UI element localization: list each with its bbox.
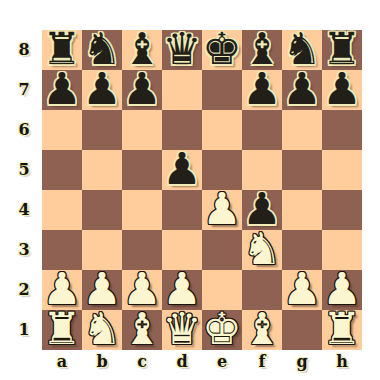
file-label-h: h xyxy=(322,350,362,376)
piece-white-knight[interactable]: ♞ xyxy=(242,229,281,269)
file-label-f: f xyxy=(242,350,282,376)
file-label-g: g xyxy=(282,350,322,376)
square-g1[interactable] xyxy=(282,310,322,350)
square-a7[interactable]: ♟ xyxy=(42,70,82,110)
square-g2[interactable]: ♟ xyxy=(282,270,322,310)
square-h1[interactable]: ♜ xyxy=(322,310,362,350)
piece-black-pawn[interactable]: ♟ xyxy=(122,69,161,109)
chessboard-page: 87654321 ♜♞♝♛♚♝♞♜♟♟♟♟♟♟♟♟♟♞♟♟♟♟♟♟♜♞♝♛♚♝♜… xyxy=(0,0,380,380)
file-label-d: d xyxy=(162,350,202,376)
board: ♜♞♝♛♚♝♞♜♟♟♟♟♟♟♟♟♟♞♟♟♟♟♟♟♜♞♝♛♚♝♜ xyxy=(42,30,362,350)
rank-label-4: 4 xyxy=(10,190,38,230)
square-g4[interactable] xyxy=(282,190,322,230)
square-c7[interactable]: ♟ xyxy=(122,70,162,110)
piece-white-bishop[interactable]: ♝ xyxy=(122,309,161,349)
square-e1[interactable]: ♚ xyxy=(202,310,242,350)
file-label-c: c xyxy=(122,350,162,376)
square-f6[interactable] xyxy=(242,110,282,150)
square-d4[interactable] xyxy=(162,190,202,230)
square-f1[interactable]: ♝ xyxy=(242,310,282,350)
file-label-a: a xyxy=(42,350,82,376)
square-a5[interactable] xyxy=(42,150,82,190)
piece-white-rook[interactable]: ♜ xyxy=(42,309,81,349)
square-d1[interactable]: ♛ xyxy=(162,310,202,350)
rank-label-5: 5 xyxy=(10,150,38,190)
square-f7[interactable]: ♟ xyxy=(242,70,282,110)
piece-white-rook[interactable]: ♜ xyxy=(322,309,361,349)
piece-black-king[interactable]: ♚ xyxy=(202,29,241,69)
piece-white-king[interactable]: ♚ xyxy=(202,309,241,349)
rank-label-3: 3 xyxy=(10,230,38,270)
square-d7[interactable] xyxy=(162,70,202,110)
square-h7[interactable]: ♟ xyxy=(322,70,362,110)
square-a4[interactable] xyxy=(42,190,82,230)
rank-label-6: 6 xyxy=(10,110,38,150)
piece-white-bishop[interactable]: ♝ xyxy=(242,309,281,349)
piece-white-pawn[interactable]: ♟ xyxy=(282,269,321,309)
piece-black-pawn[interactable]: ♟ xyxy=(82,69,121,109)
square-e3[interactable] xyxy=(202,230,242,270)
square-c6[interactable] xyxy=(122,110,162,150)
piece-black-pawn[interactable]: ♟ xyxy=(282,69,321,109)
square-g5[interactable] xyxy=(282,150,322,190)
square-f3[interactable]: ♞ xyxy=(242,230,282,270)
square-a1[interactable]: ♜ xyxy=(42,310,82,350)
piece-black-pawn[interactable]: ♟ xyxy=(322,69,361,109)
piece-black-queen[interactable]: ♛ xyxy=(162,29,201,69)
rank-label-7: 7 xyxy=(10,70,38,110)
square-g6[interactable] xyxy=(282,110,322,150)
square-h5[interactable] xyxy=(322,150,362,190)
piece-black-pawn[interactable]: ♟ xyxy=(162,149,201,189)
file-labels: abcdefgh xyxy=(42,350,362,376)
rank-label-1: 1 xyxy=(10,310,38,350)
piece-black-pawn[interactable]: ♟ xyxy=(242,69,281,109)
square-b6[interactable] xyxy=(82,110,122,150)
square-d5[interactable]: ♟ xyxy=(162,150,202,190)
square-b7[interactable]: ♟ xyxy=(82,70,122,110)
square-e6[interactable] xyxy=(202,110,242,150)
square-c5[interactable] xyxy=(122,150,162,190)
piece-black-pawn[interactable]: ♟ xyxy=(42,69,81,109)
rank-label-2: 2 xyxy=(10,270,38,310)
square-b4[interactable] xyxy=(82,190,122,230)
square-a6[interactable] xyxy=(42,110,82,150)
square-c1[interactable]: ♝ xyxy=(122,310,162,350)
square-c4[interactable] xyxy=(122,190,162,230)
square-d8[interactable]: ♛ xyxy=(162,30,202,70)
rank-labels: 87654321 xyxy=(10,30,38,350)
square-g7[interactable]: ♟ xyxy=(282,70,322,110)
square-e7[interactable] xyxy=(202,70,242,110)
square-e4[interactable]: ♟ xyxy=(202,190,242,230)
file-label-b: b xyxy=(82,350,122,376)
piece-white-knight[interactable]: ♞ xyxy=(82,309,121,349)
square-e8[interactable]: ♚ xyxy=(202,30,242,70)
square-h6[interactable] xyxy=(322,110,362,150)
piece-white-queen[interactable]: ♛ xyxy=(162,309,201,349)
piece-white-pawn[interactable]: ♟ xyxy=(202,189,241,229)
file-label-e: e xyxy=(202,350,242,376)
square-b5[interactable] xyxy=(82,150,122,190)
rank-label-8: 8 xyxy=(10,30,38,70)
square-b1[interactable]: ♞ xyxy=(82,310,122,350)
square-h4[interactable] xyxy=(322,190,362,230)
